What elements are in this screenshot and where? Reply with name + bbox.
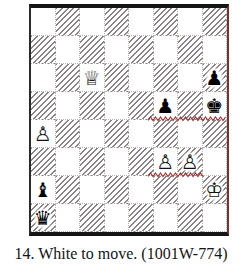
square-f3: ♙ (154, 148, 179, 176)
square-e5 (129, 92, 154, 120)
piece-white-queen-c6: ♕ (80, 64, 104, 91)
square-b8 (56, 8, 81, 36)
chess-board: ♕♟♟♚♙♙♙♝♔♛ (31, 8, 227, 232)
square-d3 (105, 148, 130, 176)
square-b1 (56, 204, 81, 232)
square-d8 (105, 8, 130, 36)
square-d1 (105, 204, 130, 232)
square-a8 (31, 8, 56, 36)
square-c4 (80, 120, 105, 148)
square-h8 (203, 8, 228, 36)
chess-diagram-page: ♕♟♟♚♙♙♙♝♔♛ 14. White to move. (1001W-774… (0, 0, 242, 278)
square-f1 (154, 204, 179, 232)
square-f8 (154, 8, 179, 36)
piece-black-pawn-h6: ♟ (203, 64, 227, 91)
square-h7 (203, 36, 228, 64)
square-h3 (203, 148, 228, 176)
square-e1 (129, 204, 154, 232)
chess-board-frame: ♕♟♟♚♙♙♙♝♔♛ (29, 4, 229, 236)
piece-white-king-h2: ♔ (203, 176, 227, 203)
square-d4 (105, 120, 130, 148)
square-b5 (56, 92, 81, 120)
square-e3 (129, 148, 154, 176)
square-a6 (31, 64, 56, 92)
piece-white-pawn-g3: ♙ (178, 148, 202, 175)
square-a2: ♝ (31, 176, 56, 204)
square-g7 (178, 36, 203, 64)
square-d6 (105, 64, 130, 92)
square-e6 (129, 64, 154, 92)
square-c3 (80, 148, 105, 176)
square-c7 (80, 36, 105, 64)
square-c5 (80, 92, 105, 120)
square-b3 (56, 148, 81, 176)
square-h1 (203, 204, 228, 232)
square-d7 (105, 36, 130, 64)
square-h5: ♚ (203, 92, 228, 120)
square-f4 (154, 120, 179, 148)
square-a5 (31, 92, 56, 120)
square-c2 (80, 176, 105, 204)
square-f2 (154, 176, 179, 204)
square-g8 (178, 8, 203, 36)
piece-black-queen-a1: ♛ (31, 204, 55, 231)
square-e2 (129, 176, 154, 204)
piece-black-pawn-f5: ♟ (154, 92, 178, 119)
square-b6 (56, 64, 81, 92)
piece-white-pawn-f3: ♙ (154, 148, 178, 175)
square-f5: ♟ (154, 92, 179, 120)
square-e7 (129, 36, 154, 64)
square-a4: ♙ (31, 120, 56, 148)
square-g4 (178, 120, 203, 148)
square-g2 (178, 176, 203, 204)
square-f7 (154, 36, 179, 64)
square-a7 (31, 36, 56, 64)
square-g5 (178, 92, 203, 120)
square-h6: ♟ (203, 64, 228, 92)
square-d2 (105, 176, 130, 204)
piece-black-king-h5: ♚ (203, 92, 227, 119)
square-c6: ♕ (80, 64, 105, 92)
square-e4 (129, 120, 154, 148)
square-b4 (56, 120, 81, 148)
square-g6 (178, 64, 203, 92)
diagram-caption: 14. White to move. (1001W-774) (0, 245, 242, 263)
square-b7 (56, 36, 81, 64)
square-d5 (105, 92, 130, 120)
square-e8 (129, 8, 154, 36)
square-a1: ♛ (31, 204, 56, 232)
piece-white-pawn-a4: ♙ (31, 120, 55, 147)
square-b2 (56, 176, 81, 204)
square-g1 (178, 204, 203, 232)
square-h2: ♔ (203, 176, 228, 204)
square-c8 (80, 8, 105, 36)
piece-black-bishop-a2: ♝ (31, 176, 55, 203)
square-g3: ♙ (178, 148, 203, 176)
square-f6 (154, 64, 179, 92)
square-h4 (203, 120, 228, 148)
square-c1 (80, 204, 105, 232)
square-a3 (31, 148, 56, 176)
